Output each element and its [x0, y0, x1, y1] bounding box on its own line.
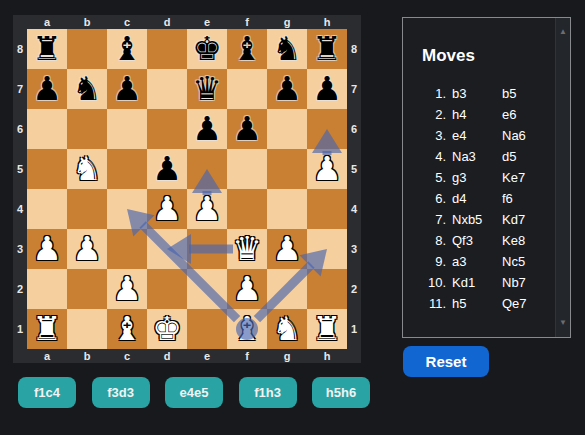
file-labels-bottom: abcdefgh	[27, 349, 347, 363]
square-e3[interactable]	[187, 229, 227, 269]
move-black: Kd7	[502, 209, 555, 230]
move-button-h5h6[interactable]: h5h6	[312, 377, 370, 408]
move-button-f3d3[interactable]: f3d3	[92, 377, 150, 408]
scroll-up-icon[interactable]: ▲	[556, 26, 570, 38]
square-d7[interactable]	[147, 69, 187, 109]
file-label-f: f	[227, 15, 267, 29]
piece-white-knight-b5[interactable]: ♞	[72, 149, 102, 189]
piece-white-pawn-b3[interactable]: ♟	[72, 229, 102, 269]
square-d8[interactable]	[147, 29, 187, 69]
square-f8[interactable]: ♝	[227, 29, 267, 69]
piece-white-queen-f3[interactable]: ♛	[232, 229, 262, 269]
square-d2[interactable]	[147, 269, 187, 309]
square-e8[interactable]: ♚	[187, 29, 227, 69]
move-row-3: 3.e4Na6	[422, 125, 555, 146]
square-a6[interactable]	[27, 109, 67, 149]
square-g5[interactable]	[267, 149, 307, 189]
square-a3[interactable]: ♟	[27, 229, 67, 269]
file-label-f: f	[227, 349, 267, 363]
rank-label-3: 3	[347, 229, 361, 269]
rank-label-7: 7	[347, 69, 361, 109]
move-white: a3	[452, 251, 496, 272]
move-row-7: 7.Nxb5Kd7	[422, 209, 555, 230]
move-black: e6	[502, 104, 555, 125]
square-g6[interactable]	[267, 109, 307, 149]
moves-title: Moves	[422, 46, 555, 66]
move-white: Na3	[452, 146, 496, 167]
scroll-down-icon[interactable]: ▼	[556, 317, 570, 329]
rank-label-2: 2	[347, 269, 361, 309]
piece-black-pawn-h7[interactable]: ♟	[312, 69, 342, 109]
move-black: d5	[502, 146, 555, 167]
move-button-e4e5[interactable]: e4e5	[165, 377, 223, 408]
piece-white-pawn-d4[interactable]: ♟	[152, 189, 182, 229]
move-white: Kd1	[452, 272, 496, 293]
move-row-11: 11.h5Qe7	[422, 293, 555, 314]
square-e7[interactable]: ♛	[187, 69, 227, 109]
move-black: Nc5	[502, 251, 555, 272]
rank-label-1: 1	[347, 309, 361, 349]
square-d3[interactable]	[147, 229, 187, 269]
square-a5[interactable]	[27, 149, 67, 189]
square-e5[interactable]	[187, 149, 227, 189]
move-row-4: 4.Na3d5	[422, 146, 555, 167]
square-f6[interactable]: ♟	[227, 109, 267, 149]
square-h7[interactable]: ♟	[307, 69, 347, 109]
file-label-e: e	[187, 349, 227, 363]
piece-black-knight-b7[interactable]: ♞	[72, 69, 102, 109]
square-c3[interactable]	[107, 229, 147, 269]
move-black: Ke7	[502, 167, 555, 188]
square-a2[interactable]	[27, 269, 67, 309]
move-no: 7.	[422, 209, 446, 230]
square-c1[interactable]: ♝	[107, 309, 147, 349]
file-label-c: c	[107, 15, 147, 29]
square-f7[interactable]	[227, 69, 267, 109]
move-no: 11.	[422, 293, 446, 314]
move-black: f6	[502, 188, 555, 209]
square-c7[interactable]: ♟	[107, 69, 147, 109]
square-d6[interactable]	[147, 109, 187, 149]
rank-label-5: 5	[347, 149, 361, 189]
file-label-a: a	[27, 349, 67, 363]
move-button-f1c4[interactable]: f1c4	[18, 377, 76, 408]
piece-white-pawn-h5[interactable]: ♟	[312, 149, 342, 189]
piece-black-king-e8[interactable]: ♚	[192, 29, 222, 69]
piece-black-pawn-f6[interactable]: ♟	[232, 109, 262, 149]
piece-black-queen-e7[interactable]: ♛	[192, 69, 222, 109]
rank-label-4: 4	[13, 189, 27, 229]
square-f5[interactable]	[227, 149, 267, 189]
rank-label-6: 6	[347, 109, 361, 149]
rank-label-2: 2	[13, 269, 27, 309]
piece-black-pawn-d5[interactable]: ♟	[152, 149, 182, 189]
move-no: 10.	[422, 272, 446, 293]
arrow-move-buttons: f1c4f3d3e4e5f1h3h5h6	[18, 377, 370, 408]
move-row-5: 5.g3Ke7	[422, 167, 555, 188]
move-no: 1.	[422, 83, 446, 104]
piece-white-rook-h1[interactable]: ♜	[312, 309, 342, 349]
move-row-1: 1.b3b5	[422, 83, 555, 104]
move-no: 2.	[422, 104, 446, 125]
rank-label-7: 7	[13, 69, 27, 109]
file-label-d: d	[147, 349, 187, 363]
file-labels-top: abcdefgh	[27, 15, 347, 29]
square-g2[interactable]	[267, 269, 307, 309]
move-row-6: 6.d4f6	[422, 188, 555, 209]
rank-label-3: 3	[13, 229, 27, 269]
move-white: g3	[452, 167, 496, 188]
moves-scrollbar[interactable]: ▲ ▼	[555, 18, 570, 337]
piece-white-pawn-a3[interactable]: ♟	[32, 229, 62, 269]
square-c8[interactable]: ♝	[107, 29, 147, 69]
move-row-2: 2.h4e6	[422, 104, 555, 125]
piece-black-pawn-e6[interactable]: ♟	[192, 109, 222, 149]
square-d4[interactable]: ♟	[147, 189, 187, 229]
file-label-a: a	[27, 15, 67, 29]
square-f4[interactable]	[227, 189, 267, 229]
square-h5[interactable]: ♟	[307, 149, 347, 189]
file-label-h: h	[307, 349, 347, 363]
file-label-g: g	[267, 15, 307, 29]
reset-button[interactable]: Reset	[403, 346, 489, 377]
file-label-b: b	[67, 349, 107, 363]
square-g8[interactable]: ♞	[267, 29, 307, 69]
move-no: 3.	[422, 125, 446, 146]
piece-white-pawn-c2[interactable]: ♟	[112, 269, 142, 309]
move-white: e4	[452, 125, 496, 146]
move-black: b5	[502, 83, 555, 104]
piece-white-bishop-f1[interactable]: ♝	[232, 309, 262, 349]
move-row-9: 9.a3Nc5	[422, 251, 555, 272]
move-white: d4	[452, 188, 496, 209]
piece-black-pawn-c7[interactable]: ♟	[112, 69, 142, 109]
move-row-8: 8.Qf3Ke8	[422, 230, 555, 251]
moves-panel: Moves 1.b3b52.h4e63.e4Na64.Na3d55.g3Ke76…	[402, 17, 571, 338]
move-white: Qf3	[452, 230, 496, 251]
board-grid: ♜♝♚♝♞♜♟♞♟♛♟♟♟♟♞♟♟♟♟♟♟♛♟♟♟♜♝♚♝♞♜	[27, 29, 347, 349]
move-white: Nxb5	[452, 209, 496, 230]
square-a7[interactable]: ♟	[27, 69, 67, 109]
rank-label-8: 8	[13, 29, 27, 69]
piece-black-rook-h8[interactable]: ♜	[312, 29, 342, 69]
rank-label-4: 4	[347, 189, 361, 229]
square-e6[interactable]: ♟	[187, 109, 227, 149]
piece-white-rook-a1[interactable]: ♜	[32, 309, 62, 349]
square-b6[interactable]	[67, 109, 107, 149]
square-g4[interactable]	[267, 189, 307, 229]
move-black: Na6	[502, 125, 555, 146]
piece-black-bishop-c8[interactable]: ♝	[112, 29, 142, 69]
square-h1[interactable]: ♜	[307, 309, 347, 349]
square-b1[interactable]	[67, 309, 107, 349]
moves-list: 1.b3b52.h4e63.e4Na64.Na3d55.g3Ke76.d4f67…	[422, 83, 555, 314]
move-no: 9.	[422, 251, 446, 272]
square-g7[interactable]: ♟	[267, 69, 307, 109]
rank-label-8: 8	[347, 29, 361, 69]
square-b2[interactable]	[67, 269, 107, 309]
square-g3[interactable]: ♟	[267, 229, 307, 269]
square-h4[interactable]	[307, 189, 347, 229]
square-a1[interactable]: ♜	[27, 309, 67, 349]
piece-black-knight-g8[interactable]: ♞	[272, 29, 302, 69]
square-d5[interactable]: ♟	[147, 149, 187, 189]
square-e2[interactable]	[187, 269, 227, 309]
piece-white-pawn-f2[interactable]: ♟	[232, 269, 262, 309]
move-no: 8.	[422, 230, 446, 251]
file-label-g: g	[267, 349, 307, 363]
piece-white-knight-g1[interactable]: ♞	[272, 309, 302, 349]
square-h2[interactable]	[307, 269, 347, 309]
rank-labels-left: 87654321	[13, 29, 27, 349]
move-no: 6.	[422, 188, 446, 209]
file-label-b: b	[67, 15, 107, 29]
file-label-e: e	[187, 15, 227, 29]
square-f1[interactable]: ♝	[227, 309, 267, 349]
square-h8[interactable]: ♜	[307, 29, 347, 69]
move-black: Ke8	[502, 230, 555, 251]
move-black: Qe7	[502, 293, 555, 314]
piece-black-rook-a8[interactable]: ♜	[32, 29, 62, 69]
square-g1[interactable]: ♞	[267, 309, 307, 349]
square-c6[interactable]	[107, 109, 147, 149]
piece-black-pawn-a7[interactable]: ♟	[32, 69, 62, 109]
square-f2[interactable]: ♟	[227, 269, 267, 309]
square-c4[interactable]	[107, 189, 147, 229]
square-b4[interactable]	[67, 189, 107, 229]
square-c5[interactable]	[107, 149, 147, 189]
square-b8[interactable]	[67, 29, 107, 69]
move-white: b3	[452, 83, 496, 104]
move-white: h4	[452, 104, 496, 125]
chess-board: abcdefgh abcdefgh 87654321 87654321 ♜♝♚♝…	[13, 15, 361, 363]
move-row-10: 10.Kd1Nb7	[422, 272, 555, 293]
piece-white-pawn-g3[interactable]: ♟	[272, 229, 302, 269]
rank-labels-right: 87654321	[347, 29, 361, 349]
rank-label-6: 6	[13, 109, 27, 149]
rank-label-5: 5	[13, 149, 27, 189]
square-c2[interactable]: ♟	[107, 269, 147, 309]
square-d1[interactable]: ♚	[147, 309, 187, 349]
square-a4[interactable]	[27, 189, 67, 229]
file-label-c: c	[107, 349, 147, 363]
move-no: 5.	[422, 167, 446, 188]
piece-black-pawn-g7[interactable]: ♟	[272, 69, 302, 109]
square-e4[interactable]: ♟	[187, 189, 227, 229]
square-f3[interactable]: ♛	[227, 229, 267, 269]
move-button-f1h3[interactable]: f1h3	[239, 377, 297, 408]
move-white: h5	[452, 293, 496, 314]
move-no: 4.	[422, 146, 446, 167]
piece-white-king-d1[interactable]: ♚	[152, 309, 182, 349]
file-label-h: h	[307, 15, 347, 29]
square-a8[interactable]: ♜	[27, 29, 67, 69]
file-label-d: d	[147, 15, 187, 29]
square-b5[interactable]: ♞	[67, 149, 107, 189]
piece-white-pawn-e4[interactable]: ♟	[192, 189, 222, 229]
square-h3[interactable]	[307, 229, 347, 269]
piece-black-bishop-f8[interactable]: ♝	[232, 29, 262, 69]
square-b7[interactable]: ♞	[67, 69, 107, 109]
square-e1[interactable]	[187, 309, 227, 349]
rank-label-1: 1	[13, 309, 27, 349]
move-black: Nb7	[502, 272, 555, 293]
piece-white-bishop-c1[interactable]: ♝	[112, 309, 142, 349]
square-h6[interactable]	[307, 109, 347, 149]
square-b3[interactable]: ♟	[67, 229, 107, 269]
